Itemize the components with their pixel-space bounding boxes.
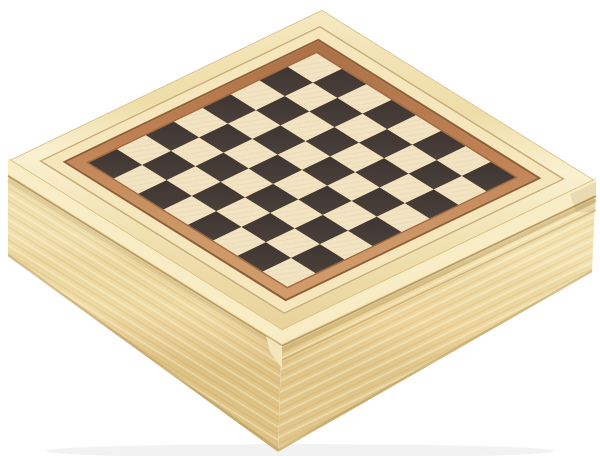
product-photo-scene bbox=[0, 0, 600, 456]
floor-shadow bbox=[45, 444, 555, 456]
